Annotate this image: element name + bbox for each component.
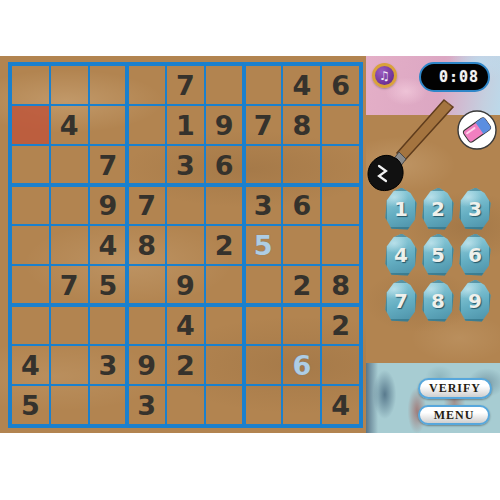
- board-background: 7464197873697364825759284243926534: [0, 56, 366, 433]
- number-button-2[interactable]: 2: [421, 188, 455, 230]
- cell-r6c2[interactable]: 7: [50, 265, 89, 305]
- cell-r8c6[interactable]: [205, 345, 244, 385]
- cell-r7c5[interactable]: 4: [166, 305, 205, 345]
- cell-r8c1[interactable]: 4: [11, 345, 50, 385]
- cell-r8c2[interactable]: [50, 345, 89, 385]
- verify-button[interactable]: VERIFY: [418, 378, 492, 399]
- cell-r9c1[interactable]: 5: [11, 385, 50, 425]
- sudoku-board-grid: 7464197873697364825759284243926534: [11, 65, 360, 425]
- cell-r7c1[interactable]: [11, 305, 50, 345]
- cell-r4c4[interactable]: 7: [127, 185, 166, 225]
- cell-r3c1[interactable]: [11, 145, 50, 185]
- cell-r4c3[interactable]: 9: [89, 185, 128, 225]
- cell-r3c4[interactable]: [127, 145, 166, 185]
- number-button-5[interactable]: 5: [421, 234, 455, 276]
- music-note-icon[interactable]: ♫: [372, 63, 397, 88]
- cell-r6c4[interactable]: [127, 265, 166, 305]
- menu-button-label: MENU: [434, 408, 475, 423]
- cell-r2c3[interactable]: [89, 105, 128, 145]
- cell-r5c2[interactable]: [50, 225, 89, 265]
- number-button-1[interactable]: 1: [384, 188, 418, 230]
- number-button-label: 6: [468, 243, 482, 267]
- cell-r1c7[interactable]: [244, 65, 283, 105]
- cell-r4c2[interactable]: [50, 185, 89, 225]
- cell-r1c5[interactable]: 7: [166, 65, 205, 105]
- cell-r9c5[interactable]: [166, 385, 205, 425]
- number-button-8[interactable]: 8: [421, 280, 455, 322]
- cell-r2c7[interactable]: 7: [244, 105, 283, 145]
- cell-r9c7[interactable]: [244, 385, 283, 425]
- cell-r1c9[interactable]: 6: [321, 65, 360, 105]
- cell-r3c9[interactable]: [321, 145, 360, 185]
- cell-r9c4[interactable]: 3: [127, 385, 166, 425]
- cell-r2c4[interactable]: [127, 105, 166, 145]
- cell-r7c2[interactable]: [50, 305, 89, 345]
- number-button-3[interactable]: 3: [458, 188, 492, 230]
- timer: 0:08: [419, 62, 490, 92]
- number-button-7[interactable]: 7: [384, 280, 418, 322]
- cell-r9c2[interactable]: [50, 385, 89, 425]
- cell-r7c6[interactable]: [205, 305, 244, 345]
- cell-r8c9[interactable]: [321, 345, 360, 385]
- cell-r5c1[interactable]: [11, 225, 50, 265]
- cell-r5c4[interactable]: 8: [127, 225, 166, 265]
- cell-r4c6[interactable]: [205, 185, 244, 225]
- cell-r2c5[interactable]: 1: [166, 105, 205, 145]
- cell-r1c2[interactable]: [50, 65, 89, 105]
- cell-r4c5[interactable]: [166, 185, 205, 225]
- cell-r3c8[interactable]: [282, 145, 321, 185]
- cell-r1c6[interactable]: [205, 65, 244, 105]
- number-button-label: 9: [468, 289, 482, 313]
- cell-r2c6[interactable]: 9: [205, 105, 244, 145]
- cell-r5c3[interactable]: 4: [89, 225, 128, 265]
- cell-r3c7[interactable]: [244, 145, 283, 185]
- cell-r6c5[interactable]: 9: [166, 265, 205, 305]
- cell-r4c1[interactable]: [11, 185, 50, 225]
- number-button-label: 1: [394, 197, 408, 221]
- cell-r6c9[interactable]: 8: [321, 265, 360, 305]
- cell-r9c6[interactable]: [205, 385, 244, 425]
- cell-r1c8[interactable]: 4: [282, 65, 321, 105]
- cell-r6c7[interactable]: [244, 265, 283, 305]
- game-area: 7464197873697364825759284243926534 ♫ 0:0…: [0, 56, 500, 433]
- timer-value: 0:08: [439, 68, 479, 86]
- cell-r1c1[interactable]: [11, 65, 50, 105]
- cell-r1c4[interactable]: [127, 65, 166, 105]
- cell-r5c5[interactable]: [166, 225, 205, 265]
- number-button-9[interactable]: 9: [458, 280, 492, 322]
- cell-r7c9[interactable]: 2: [321, 305, 360, 345]
- cell-r5c8[interactable]: [282, 225, 321, 265]
- cell-r2c1[interactable]: [11, 105, 50, 145]
- cell-r4c9[interactable]: [321, 185, 360, 225]
- cell-r6c3[interactable]: 5: [89, 265, 128, 305]
- cell-r2c9[interactable]: [321, 105, 360, 145]
- cell-r1c3[interactable]: [89, 65, 128, 105]
- cell-r3c5[interactable]: 3: [166, 145, 205, 185]
- cell-r5c7[interactable]: 5: [244, 225, 283, 265]
- cell-r2c8[interactable]: 8: [282, 105, 321, 145]
- cell-r9c3[interactable]: [89, 385, 128, 425]
- cell-r7c3[interactable]: [89, 305, 128, 345]
- menu-button[interactable]: MENU: [418, 405, 490, 425]
- number-button-label: 4: [394, 243, 408, 267]
- cell-r4c7[interactable]: 3: [244, 185, 283, 225]
- cell-r7c4[interactable]: [127, 305, 166, 345]
- cell-r3c6[interactable]: 6: [205, 145, 244, 185]
- verify-button-label: VERIFY: [429, 381, 481, 396]
- number-button-label: 3: [468, 197, 482, 221]
- cell-r3c2[interactable]: [50, 145, 89, 185]
- cell-r8c8[interactable]: 6: [282, 345, 321, 385]
- cell-r8c4[interactable]: 9: [127, 345, 166, 385]
- number-button-label: 8: [431, 289, 445, 313]
- cell-r6c8[interactable]: 2: [282, 265, 321, 305]
- cell-r7c7[interactable]: [244, 305, 283, 345]
- cell-r3c3[interactable]: 7: [89, 145, 128, 185]
- cell-r6c6[interactable]: [205, 265, 244, 305]
- side-panel: ♫ 0:08 123456789: [366, 56, 500, 433]
- sudoku-board: 7464197873697364825759284243926534: [8, 62, 363, 428]
- number-button-4[interactable]: 4: [384, 234, 418, 276]
- cell-r8c7[interactable]: [244, 345, 283, 385]
- number-button-label: 5: [431, 243, 445, 267]
- cell-r2c2[interactable]: 4: [50, 105, 89, 145]
- number-button-6[interactable]: 6: [458, 234, 492, 276]
- cell-r9c8[interactable]: [282, 385, 321, 425]
- cell-r8c3[interactable]: 3: [89, 345, 128, 385]
- cell-r6c1[interactable]: [11, 265, 50, 305]
- cell-r4c8[interactable]: 6: [282, 185, 321, 225]
- cell-r5c9[interactable]: [321, 225, 360, 265]
- cell-r7c8[interactable]: [282, 305, 321, 345]
- number-button-label: 7: [394, 289, 408, 313]
- cell-r5c6[interactable]: 2: [205, 225, 244, 265]
- cell-r8c5[interactable]: 2: [166, 345, 205, 385]
- cell-r9c9[interactable]: 4: [321, 385, 360, 425]
- number-button-label: 2: [431, 197, 445, 221]
- eraser-icon: [458, 111, 496, 149]
- number-pad: 123456789: [383, 187, 493, 322]
